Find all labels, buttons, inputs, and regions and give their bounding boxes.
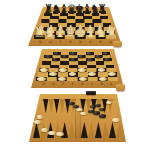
- checker-piece-black: [86, 52, 92, 55]
- checkers-coordinate-label: C: [90, 82, 94, 86]
- checker-piece-light: [99, 77, 107, 81]
- product-photo-3in1-game-set: HGFEDCBA♜♞♝♛♚♝♞♜♟♟♟♟♟♟♟♟♟♟♟♟♟♟♟♟♜♞♝♛♚♝♞♜…: [0, 0, 145, 145]
- chess-coordinate-label: A: [109, 40, 113, 44]
- backgammon-checker-light: [112, 118, 119, 122]
- chess-coordinate-label: C: [89, 40, 93, 44]
- checker-piece-black: [78, 55, 85, 58]
- chess-coordinate-label: E: [69, 40, 73, 44]
- checkers-coordinate-label: D: [80, 82, 84, 86]
- chess-coordinate-label: B: [99, 40, 103, 44]
- checker-piece-light: [58, 77, 66, 81]
- backgammon-clasp: [86, 91, 96, 96]
- checker-piece-black: [54, 52, 60, 55]
- backgammon-checker-light: [48, 131, 56, 135]
- backgammon-checker-light: [37, 115, 44, 119]
- checker-piece-black: [70, 52, 76, 55]
- backgammon-checker-black: [95, 104, 101, 107]
- chess-board-rank: [34, 35, 116, 39]
- backgammon-checker-light: [106, 101, 112, 104]
- checkers-coordinate-label: G: [52, 82, 56, 86]
- checker-piece-black: [62, 55, 69, 58]
- checker-piece-black: [70, 58, 77, 61]
- checker-piece-black: [87, 58, 94, 61]
- checkers-coordinate-label: F: [61, 82, 65, 86]
- backgammon-checker-light: [41, 128, 49, 132]
- checker-piece-black: [45, 55, 52, 58]
- chess-coordinate-label: G: [49, 40, 53, 44]
- checkers-coordinate-label: H: [42, 82, 46, 86]
- chess-board-clasp-tab: [113, 41, 122, 47]
- checkers-coordinate-label: E: [71, 82, 75, 86]
- backgammon-checker-black: [99, 114, 106, 118]
- checker-piece-black: [95, 55, 102, 58]
- chess-coordinate-label: F: [59, 40, 63, 44]
- chess-coordinate-label: D: [79, 40, 83, 44]
- checkers-board-clasp-tab: [116, 84, 125, 91]
- chess-coordinate-label: H: [39, 40, 43, 44]
- checkers-coordinate-label: B: [100, 82, 104, 86]
- checkers-coordinate-label: A: [109, 82, 113, 86]
- checker-piece-light: [40, 68, 48, 72]
- checker-piece-light: [79, 77, 87, 81]
- checker-piece-black: [103, 52, 109, 55]
- checker-piece-light: [37, 77, 45, 81]
